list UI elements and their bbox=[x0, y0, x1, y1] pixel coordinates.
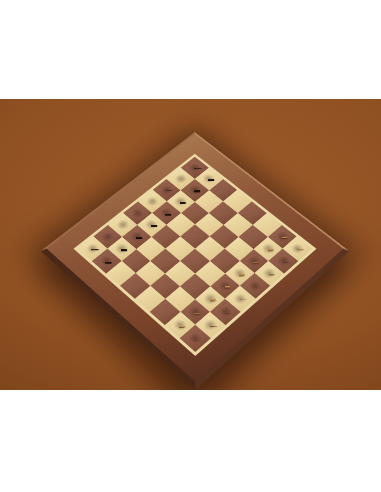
photo-scene: ♜♟♟♜♞♟♟♞♝♟♟♝♚♟♟♚♛♟♟♛♝♟♟♝♞♟♟♞♜♟♟♜ bbox=[0, 99, 381, 390]
piece-black-pawn: ♟ bbox=[186, 176, 202, 194]
piece-black-pawn: ♟ bbox=[172, 187, 189, 205]
piece-black-pawn: ♟ bbox=[97, 246, 114, 265]
chessboard: ♜♟♟♜♞♟♟♞♝♟♟♝♚♟♟♚♛♟♟♛♝♟♟♝♞♟♟♞♜♟♟♜ bbox=[41, 132, 349, 390]
piece-black-pawn: ♟ bbox=[200, 165, 216, 183]
square-r8c2: ♟ bbox=[92, 249, 122, 274]
piece-black-pawn: ♟ bbox=[112, 234, 129, 253]
piece-black-pawn: ♟ bbox=[157, 199, 174, 218]
piece-black-pawn: ♟ bbox=[128, 222, 145, 241]
board-maple-border: ♜♟♟♜♞♟♟♞♝♟♟♝♚♟♟♚♛♟♟♛♝♟♟♝♞♟♟♞♜♟♟♜ bbox=[74, 154, 317, 356]
table-surface: ♜♟♟♜♞♟♟♞♝♟♟♝♚♟♟♚♛♟♟♛♝♟♟♝♞♟♟♞♜♟♟♜ bbox=[0, 99, 381, 390]
piece-white-rook: ♜ bbox=[184, 320, 205, 343]
board-grid: ♜♟♟♜♞♟♟♞♝♟♟♝♚♟♟♚♛♟♟♛♝♟♟♝♞♟♟♞♜♟♟♜ bbox=[78, 157, 312, 352]
piece-black-pawn: ♟ bbox=[142, 211, 159, 230]
